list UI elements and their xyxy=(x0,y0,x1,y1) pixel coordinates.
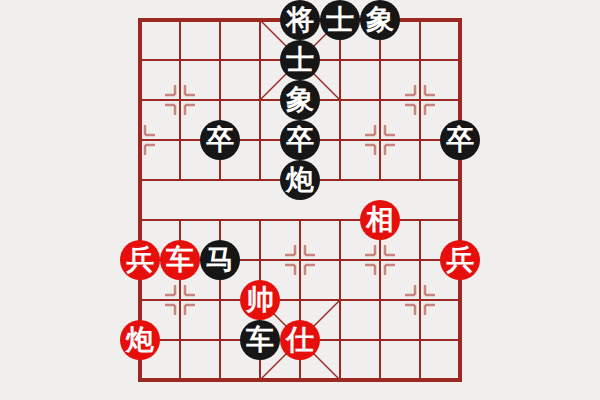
board-cell[interactable]: 马 xyxy=(200,240,240,280)
board-cell[interactable] xyxy=(280,200,320,240)
board-cell[interactable]: 炮 xyxy=(120,320,160,360)
board-cell[interactable] xyxy=(400,280,440,320)
board-cell[interactable] xyxy=(160,80,200,120)
board-cell[interactable]: 仕 xyxy=(280,320,320,360)
board-cell[interactable] xyxy=(240,200,280,240)
board-cell[interactable] xyxy=(120,360,160,400)
black-pawn[interactable]: 卒 xyxy=(440,120,480,160)
board-cell[interactable] xyxy=(320,360,360,400)
board-cell[interactable] xyxy=(120,200,160,240)
board-cell[interactable] xyxy=(120,120,160,160)
red-general[interactable]: 帅 xyxy=(240,280,280,320)
board-cell[interactable] xyxy=(440,280,480,320)
board-cell[interactable] xyxy=(320,240,360,280)
board-cell[interactable] xyxy=(400,240,440,280)
board-cell[interactable] xyxy=(320,80,360,120)
board-cell[interactable]: 相 xyxy=(360,200,400,240)
board-cell[interactable] xyxy=(120,0,160,40)
black-chariot[interactable]: 车 xyxy=(240,320,280,360)
black-pawn[interactable]: 卒 xyxy=(200,120,240,160)
board-cell[interactable]: 将 xyxy=(280,0,320,40)
black-elephant[interactable]: 象 xyxy=(280,80,320,120)
black-horse[interactable]: 马 xyxy=(200,240,240,280)
red-advisor[interactable]: 仕 xyxy=(280,320,320,360)
board-cell[interactable] xyxy=(360,120,400,160)
board-cell[interactable]: 卒 xyxy=(200,120,240,160)
red-pawn[interactable]: 兵 xyxy=(440,240,480,280)
board-cell[interactable]: 象 xyxy=(360,0,400,40)
board-cell[interactable] xyxy=(320,320,360,360)
board-cell[interactable]: 车 xyxy=(160,240,200,280)
board-cell[interactable] xyxy=(400,120,440,160)
board-cell[interactable] xyxy=(160,360,200,400)
red-elephant[interactable]: 相 xyxy=(360,200,400,240)
board-cell[interactable] xyxy=(280,240,320,280)
board-cell[interactable] xyxy=(120,160,160,200)
board-cell[interactable] xyxy=(440,160,480,200)
board-cell[interactable]: 士 xyxy=(280,40,320,80)
board-cell[interactable] xyxy=(320,160,360,200)
board-cell[interactable]: 卒 xyxy=(280,120,320,160)
board-cell[interactable] xyxy=(440,320,480,360)
board-cell[interactable]: 兵 xyxy=(120,240,160,280)
board-cell[interactable] xyxy=(200,320,240,360)
black-elephant[interactable]: 象 xyxy=(360,0,400,40)
board-cell[interactable] xyxy=(240,0,280,40)
board-cell[interactable] xyxy=(160,120,200,160)
xiangqi-board: 将士象士象卒卒卒炮相兵车马兵帅炮车仕 xyxy=(0,0,600,400)
board-cell[interactable] xyxy=(400,360,440,400)
board-cell[interactable]: 卒 xyxy=(440,120,480,160)
board-cell[interactable] xyxy=(120,80,160,120)
board-cell[interactable] xyxy=(400,40,440,80)
board-cell[interactable]: 象 xyxy=(280,80,320,120)
black-general[interactable]: 将 xyxy=(280,0,320,40)
board-cell[interactable] xyxy=(200,280,240,320)
board-cell[interactable]: 炮 xyxy=(280,160,320,200)
board-cell[interactable] xyxy=(440,0,480,40)
board-cell[interactable] xyxy=(400,200,440,240)
board-cell[interactable] xyxy=(360,280,400,320)
board-cell[interactable] xyxy=(280,360,320,400)
board-cell[interactable] xyxy=(360,160,400,200)
board-cell[interactable] xyxy=(200,200,240,240)
board-cell[interactable] xyxy=(240,120,280,160)
board-cell[interactable] xyxy=(320,120,360,160)
board-cell[interactable] xyxy=(160,0,200,40)
board-cell[interactable] xyxy=(360,40,400,80)
board-cell[interactable] xyxy=(360,240,400,280)
board-cell[interactable] xyxy=(240,360,280,400)
board-cell[interactable] xyxy=(160,160,200,200)
board-cell[interactable] xyxy=(240,80,280,120)
board-cell[interactable]: 帅 xyxy=(240,280,280,320)
board-cell[interactable] xyxy=(360,320,400,360)
board-grid: 将士象士象卒卒卒炮相兵车马兵帅炮车仕 xyxy=(120,0,480,400)
board-cell[interactable] xyxy=(240,160,280,200)
board-cell[interactable]: 车 xyxy=(240,320,280,360)
board-cell[interactable] xyxy=(120,280,160,320)
board-cell[interactable] xyxy=(440,80,480,120)
board-cell[interactable] xyxy=(160,40,200,80)
board-cell[interactable] xyxy=(400,80,440,120)
board-cell[interactable]: 士 xyxy=(320,0,360,40)
board-cell[interactable] xyxy=(440,360,480,400)
board-cell[interactable] xyxy=(200,160,240,200)
black-advisor[interactable]: 士 xyxy=(320,0,360,40)
black-cannon[interactable]: 炮 xyxy=(280,160,320,200)
red-pawn[interactable]: 兵 xyxy=(120,240,160,280)
board-cell[interactable] xyxy=(200,0,240,40)
board-cell[interactable] xyxy=(400,160,440,200)
board-cell[interactable] xyxy=(120,40,160,80)
board-cell[interactable] xyxy=(440,40,480,80)
board-cell[interactable] xyxy=(200,40,240,80)
board-cell[interactable] xyxy=(320,280,360,320)
board-cell[interactable] xyxy=(200,360,240,400)
board-cell[interactable] xyxy=(200,80,240,120)
red-cannon[interactable]: 炮 xyxy=(120,320,160,360)
board-cell[interactable] xyxy=(240,40,280,80)
board-cell[interactable] xyxy=(280,280,320,320)
board-cell[interactable] xyxy=(160,320,200,360)
board-cell[interactable] xyxy=(360,360,400,400)
black-advisor[interactable]: 士 xyxy=(280,40,320,80)
board-cell[interactable] xyxy=(440,200,480,240)
board-cell[interactable]: 兵 xyxy=(440,240,480,280)
board-cell[interactable] xyxy=(360,80,400,120)
red-chariot[interactable]: 车 xyxy=(160,240,200,280)
board-cell[interactable] xyxy=(400,320,440,360)
board-cell[interactable] xyxy=(320,40,360,80)
board-cell[interactable] xyxy=(400,0,440,40)
board-cell[interactable] xyxy=(320,200,360,240)
black-pawn[interactable]: 卒 xyxy=(280,120,320,160)
board-cell[interactable] xyxy=(160,280,200,320)
board-cell[interactable] xyxy=(240,240,280,280)
board-cell[interactable] xyxy=(160,200,200,240)
